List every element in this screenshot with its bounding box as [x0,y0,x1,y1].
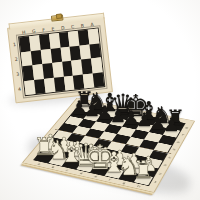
coordinate-label: e [94,175,98,178]
coordinate-label: B [81,23,85,28]
coordinate-label: 8 [185,126,189,129]
coordinate-label: g [122,181,126,185]
coordinate-label: 4 [18,87,21,92]
coordinate-label: D [61,25,65,30]
coordinate-label: H [22,29,26,34]
coordinate-label: f [108,178,111,181]
coordinate-label: c [65,168,69,171]
coordinate-label: 5 [172,148,176,151]
folded-chess-board: HGFEDCBA 1234 [7,17,113,104]
brass-clasp-icon [51,14,64,21]
coordinate-label: d [79,172,84,175]
coordinate-label: 1 [153,180,157,184]
coordinate-label: a [37,162,42,165]
coordinate-label: 6 [176,141,180,144]
coordinate-label: C [71,24,75,29]
coordinate-label: F [42,27,45,32]
coordinate-label: G [32,28,36,33]
board-square [88,29,99,45]
board-square [93,72,104,88]
coordinate-label: h [137,185,141,189]
coordinate-label: 3 [163,164,167,167]
chess-board: abcdefgh 12345678 [22,98,195,193]
coordinate-label: 3 [16,72,19,77]
board-square [90,43,101,59]
coordinate-label: 2 [14,57,17,62]
coordinate-label: E [51,26,54,31]
coordinate-label: A [90,21,94,26]
coordinate-label: 7 [181,133,185,136]
coordinate-label: 4 [167,156,171,159]
coordinate-label: 1 [13,42,16,47]
coordinate-label: 2 [158,172,162,175]
folded-board-grid [18,27,105,96]
board-square [91,57,102,73]
chess-set-product-photo: HGFEDCBA 1234 abcdefgh 12345678 ♜♞♝♛♚♝♞♜… [0,0,200,200]
coordinate-label: b [51,165,56,168]
